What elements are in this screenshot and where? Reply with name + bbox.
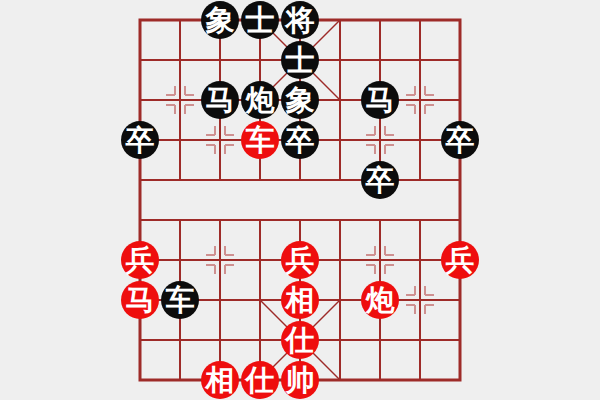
piece-black-soldier[interactable]: 卒	[121, 121, 159, 159]
piece-red-advisor[interactable]: 仕	[281, 321, 319, 359]
piece-red-soldier[interactable]: 兵	[281, 241, 319, 279]
piece-black-elephant[interactable]: 象	[201, 1, 239, 39]
piece-black-soldier[interactable]: 卒	[281, 121, 319, 159]
piece-black-horse[interactable]: 马	[201, 81, 239, 119]
piece-red-soldier[interactable]: 兵	[441, 241, 479, 279]
piece-red-advisor[interactable]: 仕	[241, 361, 279, 399]
piece-black-elephant[interactable]: 象	[281, 81, 319, 119]
piece-red-chariot[interactable]: 车	[241, 121, 279, 159]
piece-black-soldier[interactable]: 卒	[441, 121, 479, 159]
piece-black-king[interactable]: 将	[281, 1, 319, 39]
piece-layer: 象士将士马炮象马卒车卒卒卒兵兵兵马车相炮仕相仕帅	[0, 0, 600, 400]
piece-black-advisor[interactable]: 士	[241, 1, 279, 39]
piece-red-horse[interactable]: 马	[121, 281, 159, 319]
piece-black-chariot[interactable]: 车	[161, 281, 199, 319]
xiangqi-app: 象士将士马炮象马卒车卒卒卒兵兵兵马车相炮仕相仕帅	[0, 0, 600, 400]
piece-black-horse[interactable]: 马	[361, 81, 399, 119]
piece-black-cannon[interactable]: 炮	[241, 81, 279, 119]
piece-red-cannon[interactable]: 炮	[361, 281, 399, 319]
piece-red-soldier[interactable]: 兵	[121, 241, 159, 279]
piece-black-soldier[interactable]: 卒	[361, 161, 399, 199]
piece-red-elephant[interactable]: 相	[281, 281, 319, 319]
piece-red-king[interactable]: 帅	[281, 361, 319, 399]
piece-black-advisor[interactable]: 士	[281, 41, 319, 79]
piece-red-elephant[interactable]: 相	[201, 361, 239, 399]
